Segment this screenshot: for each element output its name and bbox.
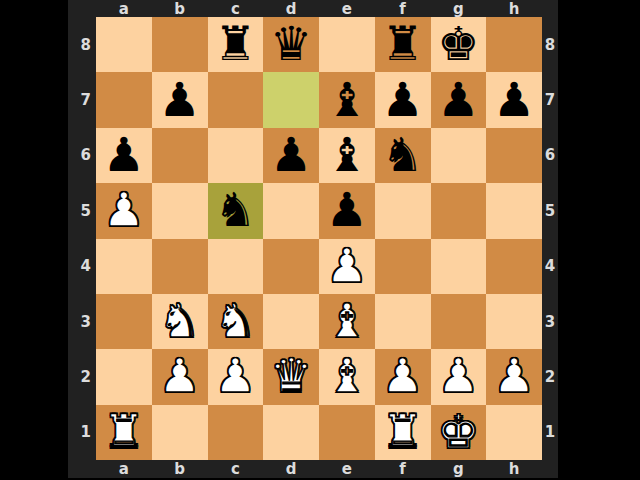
chess-board[interactable]: ♜♛♜♚♟♝♟♟♟♟♟♝♞♟♞♟♟♞♞♝♟♟♛♝♟♟♟♜♜♚	[96, 17, 542, 460]
square-e5[interactable]: ♟	[319, 183, 375, 238]
file-labels-top: abcdefgh	[96, 0, 542, 17]
square-f4[interactable]	[375, 239, 431, 294]
white-pawn-piece: ♟	[493, 352, 535, 399]
white-pawn-piece: ♟	[159, 352, 201, 399]
square-c5[interactable]: ♞	[208, 183, 264, 238]
file-label-c: c	[208, 0, 264, 17]
square-d8[interactable]: ♛	[263, 17, 319, 72]
rank-label-3: 3	[68, 294, 96, 349]
file-label-h: h	[486, 460, 542, 478]
square-c4[interactable]	[208, 239, 264, 294]
white-bishop-piece: ♝	[326, 297, 368, 344]
square-g5[interactable]	[431, 183, 487, 238]
black-rook-piece: ♜	[214, 20, 256, 67]
rank-label-4: 4	[542, 239, 558, 294]
black-pawn-piece: ♟	[103, 131, 145, 178]
file-label-g: g	[431, 0, 487, 17]
square-g3[interactable]	[431, 294, 487, 349]
square-d3[interactable]	[263, 294, 319, 349]
black-queen-piece: ♛	[270, 20, 312, 67]
white-pawn-piece: ♟	[382, 352, 424, 399]
square-b5[interactable]	[152, 183, 208, 238]
square-b2[interactable]: ♟	[152, 349, 208, 404]
black-king-piece: ♚	[437, 20, 479, 67]
rank-label-3: 3	[542, 294, 558, 349]
square-g2[interactable]: ♟	[431, 349, 487, 404]
square-c2[interactable]: ♟	[208, 349, 264, 404]
rank-label-5: 5	[68, 183, 96, 238]
square-a4[interactable]	[96, 239, 152, 294]
square-h6[interactable]	[486, 128, 542, 183]
black-knight-piece: ♞	[214, 186, 256, 233]
file-label-a: a	[96, 460, 152, 478]
file-label-g: g	[431, 460, 487, 478]
square-h8[interactable]	[486, 17, 542, 72]
square-a8[interactable]	[96, 17, 152, 72]
square-d5[interactable]	[263, 183, 319, 238]
white-queen-piece: ♛	[270, 352, 312, 399]
square-g4[interactable]	[431, 239, 487, 294]
black-pawn-piece: ♟	[493, 76, 535, 123]
white-rook-piece: ♜	[382, 408, 424, 455]
square-d1[interactable]	[263, 405, 319, 460]
square-f6[interactable]: ♞	[375, 128, 431, 183]
rank-label-6: 6	[542, 128, 558, 183]
file-label-c: c	[208, 460, 264, 478]
square-h3[interactable]	[486, 294, 542, 349]
square-f3[interactable]	[375, 294, 431, 349]
board-frame: abcdefgh abcdefgh 87654321 87654321 ♜♛♜♚…	[68, 0, 558, 478]
black-bishop-piece: ♝	[326, 131, 368, 178]
square-e3[interactable]: ♝	[319, 294, 375, 349]
square-g6[interactable]	[431, 128, 487, 183]
rank-label-6: 6	[68, 128, 96, 183]
square-d6[interactable]: ♟	[263, 128, 319, 183]
square-g1[interactable]: ♚	[431, 405, 487, 460]
rank-label-2: 2	[68, 349, 96, 404]
square-a7[interactable]	[96, 72, 152, 127]
file-label-e: e	[319, 0, 375, 17]
black-pawn-piece: ♟	[326, 186, 368, 233]
square-f2[interactable]: ♟	[375, 349, 431, 404]
rank-label-4: 4	[68, 239, 96, 294]
white-pawn-piece: ♟	[326, 242, 368, 289]
rank-labels-left: 87654321	[68, 17, 96, 460]
file-label-d: d	[263, 0, 319, 17]
square-h5[interactable]	[486, 183, 542, 238]
file-label-a: a	[96, 0, 152, 17]
square-c3[interactable]: ♞	[208, 294, 264, 349]
file-labels-bottom: abcdefgh	[96, 460, 542, 478]
square-b1[interactable]	[152, 405, 208, 460]
rank-labels-right: 87654321	[542, 17, 558, 460]
square-d4[interactable]	[263, 239, 319, 294]
file-label-d: d	[263, 460, 319, 478]
square-h7[interactable]: ♟	[486, 72, 542, 127]
square-c1[interactable]	[208, 405, 264, 460]
square-h1[interactable]	[486, 405, 542, 460]
square-b8[interactable]	[152, 17, 208, 72]
file-label-h: h	[486, 0, 542, 17]
square-b3[interactable]: ♞	[152, 294, 208, 349]
square-f5[interactable]	[375, 183, 431, 238]
file-label-b: b	[152, 460, 208, 478]
rank-label-8: 8	[68, 17, 96, 72]
square-c8[interactable]: ♜	[208, 17, 264, 72]
square-a6[interactable]: ♟	[96, 128, 152, 183]
square-b7[interactable]: ♟	[152, 72, 208, 127]
rank-label-1: 1	[68, 405, 96, 460]
file-label-f: f	[375, 460, 431, 478]
black-pawn-piece: ♟	[270, 131, 312, 178]
square-e7[interactable]: ♝	[319, 72, 375, 127]
square-d7[interactable]	[263, 72, 319, 127]
square-f1[interactable]: ♜	[375, 405, 431, 460]
square-e8[interactable]	[319, 17, 375, 72]
square-d2[interactable]: ♛	[263, 349, 319, 404]
square-a1[interactable]: ♜	[96, 405, 152, 460]
rank-label-7: 7	[542, 72, 558, 127]
square-c7[interactable]	[208, 72, 264, 127]
rank-label-1: 1	[542, 405, 558, 460]
square-b6[interactable]	[152, 128, 208, 183]
square-h2[interactable]: ♟	[486, 349, 542, 404]
white-pawn-piece: ♟	[214, 352, 256, 399]
rank-label-2: 2	[542, 349, 558, 404]
square-e4[interactable]: ♟	[319, 239, 375, 294]
black-pawn-piece: ♟	[437, 76, 479, 123]
square-f7[interactable]: ♟	[375, 72, 431, 127]
square-h4[interactable]	[486, 239, 542, 294]
square-e6[interactable]: ♝	[319, 128, 375, 183]
square-e1[interactable]	[319, 405, 375, 460]
file-label-e: e	[319, 460, 375, 478]
black-bishop-piece: ♝	[326, 76, 368, 123]
black-pawn-piece: ♟	[159, 76, 201, 123]
white-rook-piece: ♜	[103, 408, 145, 455]
square-g7[interactable]: ♟	[431, 72, 487, 127]
square-a5[interactable]: ♟	[96, 183, 152, 238]
square-c6[interactable]	[208, 128, 264, 183]
rank-label-8: 8	[542, 17, 558, 72]
black-pawn-piece: ♟	[382, 76, 424, 123]
white-bishop-piece: ♝	[326, 352, 368, 399]
screen-background: abcdefgh abcdefgh 87654321 87654321 ♜♛♜♚…	[0, 0, 640, 480]
white-knight-piece: ♞	[214, 297, 256, 344]
square-a3[interactable]	[96, 294, 152, 349]
file-label-b: b	[152, 0, 208, 17]
square-e2[interactable]: ♝	[319, 349, 375, 404]
rank-label-7: 7	[68, 72, 96, 127]
white-king-piece: ♚	[437, 408, 479, 455]
rank-label-5: 5	[542, 183, 558, 238]
square-g8[interactable]: ♚	[431, 17, 487, 72]
white-pawn-piece: ♟	[437, 352, 479, 399]
square-b4[interactable]	[152, 239, 208, 294]
black-rook-piece: ♜	[382, 20, 424, 67]
square-f8[interactable]: ♜	[375, 17, 431, 72]
square-a2[interactable]	[96, 349, 152, 404]
file-label-f: f	[375, 0, 431, 17]
black-knight-piece: ♞	[382, 131, 424, 178]
white-pawn-piece: ♟	[103, 186, 145, 233]
white-knight-piece: ♞	[159, 297, 201, 344]
